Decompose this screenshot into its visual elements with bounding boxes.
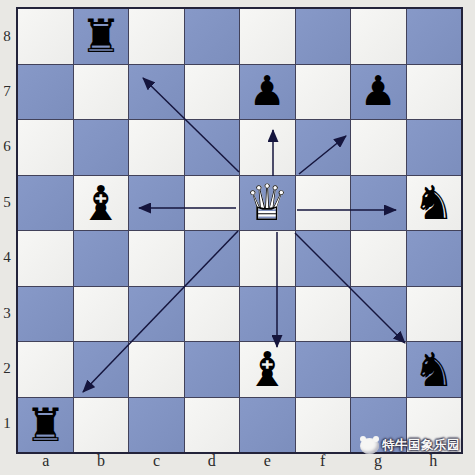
square-e4 [240,231,295,286]
square-b4 [74,231,129,286]
square-b6 [74,120,129,175]
square-f7 [296,65,351,120]
square-b1 [74,398,129,453]
rank-label-6: 6 [0,138,14,155]
square-e3 [240,287,295,342]
square-a3 [18,287,73,342]
square-d2 [185,342,240,397]
square-h3 [407,287,462,342]
square-e6 [240,120,295,175]
watermark-text: 特牛国象乐园 [382,437,460,454]
chess-diagram-page: ♜♟♟♝♛♕♞♝♞♜ 87654321 abcdefgh 特牛国象乐园 [0,0,475,475]
square-a4 [18,231,73,286]
square-d8 [185,9,240,64]
square-b2 [74,342,129,397]
square-h6 [407,120,462,175]
square-e8 [240,9,295,64]
square-d3 [185,287,240,342]
square-g2 [351,342,406,397]
square-h4 [407,231,462,286]
square-h8 [407,9,462,64]
square-d6 [185,120,240,175]
file-label-b: b [90,452,112,470]
mascot-logo-icon [360,438,379,454]
square-c8 [129,9,184,64]
square-d1 [185,398,240,453]
square-f8 [296,9,351,64]
square-g7: ♟ [351,65,406,120]
square-g8 [351,9,406,64]
square-a8 [18,9,73,64]
square-c2 [129,342,184,397]
square-b3 [74,287,129,342]
square-c1 [129,398,184,453]
black-rook-glyph: ♜ [80,13,121,59]
square-c7 [129,65,184,120]
piece-black-rook-a1: ♜ [18,398,73,453]
square-c4 [129,231,184,286]
rank-label-7: 7 [0,83,14,100]
square-d7 [185,65,240,120]
file-label-e: e [256,452,278,470]
square-b8: ♜ [74,9,129,64]
rank-label-8: 8 [0,28,14,45]
square-c3 [129,287,184,342]
square-e7: ♟ [240,65,295,120]
square-a6 [18,120,73,175]
black-knight-glyph: ♞ [413,179,455,226]
rank-label-3: 3 [0,305,14,322]
black-knight-glyph: ♞ [413,346,455,393]
square-h2: ♞ [407,342,462,397]
square-b5: ♝ [74,176,129,231]
piece-white-queen-e5: ♛♕ [240,176,295,231]
square-g5 [351,176,406,231]
file-label-d: d [201,452,223,470]
square-h5: ♞ [407,176,462,231]
square-c6 [129,120,184,175]
square-g4 [351,231,406,286]
white-queen-glyph: ♕ [245,178,290,228]
square-d4 [185,231,240,286]
piece-black-bishop-b5: ♝ [74,176,129,231]
file-label-f: f [312,452,334,470]
square-e5: ♛♕ [240,176,295,231]
square-a5 [18,176,73,231]
chess-board: ♜♟♟♝♛♕♞♝♞♜ [16,7,463,454]
piece-black-knight-h5: ♞ [407,176,462,231]
watermark: 特牛国象乐园 [360,437,460,454]
piece-black-pawn-g7: ♟ [351,65,406,120]
square-f3 [296,287,351,342]
square-d5 [185,176,240,231]
piece-black-pawn-e7: ♟ [240,65,295,120]
square-f6 [296,120,351,175]
file-label-a: a [35,452,57,470]
piece-black-rook-b8: ♜ [74,9,129,64]
square-b7 [74,65,129,120]
square-e2: ♝ [240,342,295,397]
square-c5 [129,176,184,231]
square-g3 [351,287,406,342]
file-label-c: c [145,452,167,470]
black-pawn-glyph: ♟ [249,71,286,112]
square-e1 [240,398,295,453]
rank-label-2: 2 [0,360,14,377]
square-a7 [18,65,73,120]
file-label-h: h [422,452,444,470]
file-label-g: g [367,452,389,470]
square-f4 [296,231,351,286]
piece-black-bishop-e2: ♝ [240,342,295,397]
rank-label-1: 1 [0,415,14,432]
black-pawn-glyph: ♟ [360,71,397,112]
black-rook-glyph: ♜ [25,402,66,448]
square-f2 [296,342,351,397]
square-g6 [351,120,406,175]
square-a2 [18,342,73,397]
square-h7 [407,65,462,120]
rank-label-4: 4 [0,249,14,266]
black-bishop-glyph: ♝ [79,179,122,227]
square-f1 [296,398,351,453]
square-a1: ♜ [18,398,73,453]
square-f5 [296,176,351,231]
black-bishop-glyph: ♝ [246,345,289,393]
rank-label-5: 5 [0,194,14,211]
piece-black-knight-h2: ♞ [407,342,462,397]
